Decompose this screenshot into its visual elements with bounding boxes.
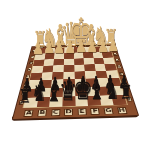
piece-black-rook-a8[interactable]: ♜ bbox=[19, 86, 31, 105]
piece-black-knight-g8[interactable]: ♞ bbox=[105, 80, 120, 103]
piece-white-pawn-e2[interactable]: ♟ bbox=[75, 38, 87, 56]
piece-white-pawn-f2[interactable]: ♟ bbox=[86, 37, 98, 55]
pieces-layer: ♜♞♝♛♚♝♞♜♟♟♟♟♟♟♟♟♟♟♟♟♟♟♟♟♜♞♝♛♚♝♞♜ bbox=[0, 0, 150, 150]
piece-white-pawn-h2[interactable]: ♟ bbox=[108, 37, 120, 55]
board-scene: ABCDEFGH ABCDEFGH 12345678 12345678 ♜♞♝♛… bbox=[0, 0, 150, 150]
piece-black-bishop-f8[interactable]: ♝ bbox=[89, 78, 105, 103]
piece-black-knight-b8[interactable]: ♞ bbox=[32, 82, 47, 105]
chess-set-photo: ABCDEFGH ABCDEFGH 12345678 12345678 ♜♞♝♛… bbox=[0, 0, 150, 150]
piece-white-pawn-a2[interactable]: ♟ bbox=[32, 39, 44, 57]
piece-black-rook-h8[interactable]: ♜ bbox=[120, 83, 132, 102]
